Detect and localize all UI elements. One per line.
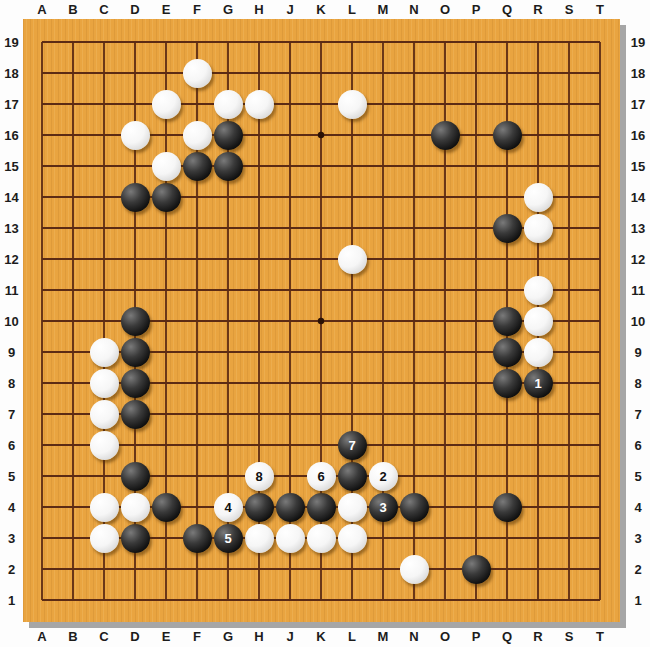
white-stone-L3 — [338, 524, 367, 553]
move-number: 3 — [379, 501, 386, 514]
row-label: 17 — [0, 89, 23, 120]
move-number: 2 — [379, 470, 386, 483]
row-label: 13 — [626, 213, 650, 244]
move-number: 8 — [255, 470, 262, 483]
black-stone-F15 — [183, 152, 212, 181]
black-stone-P2 — [462, 555, 491, 584]
black-stone-Q16 — [493, 121, 522, 150]
column-label: Q — [492, 626, 523, 647]
row-label: 10 — [0, 306, 23, 337]
column-label: F — [182, 0, 213, 19]
row-label: 18 — [0, 58, 23, 89]
black-stone-G3: 5 — [214, 524, 243, 553]
row-label: 7 — [0, 399, 23, 430]
white-stone-H3 — [245, 524, 274, 553]
column-label: O — [430, 0, 461, 19]
right-row-labels: 19181716151413121110987654321 — [626, 27, 650, 616]
row-label: 3 — [0, 523, 23, 554]
black-stone-Q9 — [493, 338, 522, 367]
black-stone-D3 — [121, 524, 150, 553]
black-stone-F3 — [183, 524, 212, 553]
black-stone-G16 — [214, 121, 243, 150]
column-label: R — [523, 0, 554, 19]
move-number: 7 — [348, 439, 355, 452]
column-label: H — [244, 0, 275, 19]
column-label: B — [58, 626, 89, 647]
row-label: 6 — [0, 430, 23, 461]
row-label: 4 — [0, 492, 23, 523]
row-label: 5 — [626, 461, 650, 492]
black-stone-E4 — [152, 493, 181, 522]
white-stone-C3 — [90, 524, 119, 553]
column-label: E — [151, 626, 182, 647]
row-label: 7 — [626, 399, 650, 430]
column-label: F — [182, 626, 213, 647]
column-label: P — [461, 0, 492, 19]
white-stone-M5: 2 — [369, 462, 398, 491]
column-label: G — [213, 626, 244, 647]
row-label: 3 — [626, 523, 650, 554]
row-label: 16 — [0, 120, 23, 151]
row-label: 8 — [0, 368, 23, 399]
white-stone-R14 — [524, 183, 553, 212]
row-label: 15 — [0, 151, 23, 182]
white-stone-K3 — [307, 524, 336, 553]
white-stone-F18 — [183, 59, 212, 88]
row-label: 8 — [626, 368, 650, 399]
column-label: T — [585, 626, 616, 647]
black-stone-O16 — [431, 121, 460, 150]
row-label: 10 — [626, 306, 650, 337]
left-row-labels: 19181716151413121110987654321 — [0, 27, 23, 616]
column-label: N — [399, 626, 430, 647]
column-label: N — [399, 0, 430, 19]
row-label: 12 — [0, 244, 23, 275]
white-stone-H5: 8 — [245, 462, 274, 491]
row-label: 2 — [626, 554, 650, 585]
column-label: S — [554, 626, 585, 647]
white-stone-K5: 6 — [307, 462, 336, 491]
column-label: E — [151, 0, 182, 19]
column-label: C — [89, 626, 120, 647]
row-label: 17 — [626, 89, 650, 120]
black-stone-M4: 3 — [369, 493, 398, 522]
column-label: P — [461, 626, 492, 647]
column-label: L — [337, 0, 368, 19]
black-stone-E14 — [152, 183, 181, 212]
black-stone-L5 — [338, 462, 367, 491]
white-stone-R11 — [524, 276, 553, 305]
bottom-column-labels: ABCDEFGHJKLMNOPQRST — [27, 626, 616, 647]
white-stone-L12 — [338, 245, 367, 274]
row-label: 14 — [0, 182, 23, 213]
row-label: 16 — [626, 120, 650, 151]
column-label: K — [306, 0, 337, 19]
column-label: J — [275, 626, 306, 647]
row-label: 1 — [0, 585, 23, 616]
column-label: K — [306, 626, 337, 647]
row-label: 9 — [0, 337, 23, 368]
white-stone-E15 — [152, 152, 181, 181]
column-label: D — [120, 0, 151, 19]
column-label: D — [120, 626, 151, 647]
white-stone-F16 — [183, 121, 212, 150]
black-stone-Q13 — [493, 214, 522, 243]
white-stone-N2 — [400, 555, 429, 584]
white-stone-L17 — [338, 90, 367, 119]
column-label: A — [27, 626, 58, 647]
row-label: 4 — [626, 492, 650, 523]
white-stone-D4 — [121, 493, 150, 522]
white-stone-C8 — [90, 369, 119, 398]
black-stone-L6: 7 — [338, 431, 367, 460]
white-stone-R13 — [524, 214, 553, 243]
black-stone-D9 — [121, 338, 150, 367]
white-stone-C9 — [90, 338, 119, 367]
black-stone-J4 — [276, 493, 305, 522]
go-diagram: ABCDEFGHJKLMNOPQRST ABCDEFGHJKLMNOPQRST … — [0, 0, 650, 647]
black-stone-D5 — [121, 462, 150, 491]
black-stone-Q10 — [493, 307, 522, 336]
white-stone-R9 — [524, 338, 553, 367]
move-number: 5 — [224, 532, 231, 545]
column-label: O — [430, 626, 461, 647]
column-label: H — [244, 626, 275, 647]
row-label: 11 — [0, 275, 23, 306]
black-stone-N4 — [400, 493, 429, 522]
move-number: 6 — [317, 470, 324, 483]
row-label: 12 — [626, 244, 650, 275]
black-stone-R8: 1 — [524, 369, 553, 398]
row-label: 13 — [0, 213, 23, 244]
black-stone-K4 — [307, 493, 336, 522]
white-stone-C7 — [90, 400, 119, 429]
white-stone-L4 — [338, 493, 367, 522]
row-label: 14 — [626, 182, 650, 213]
column-label: R — [523, 626, 554, 647]
column-label: A — [27, 0, 58, 19]
column-label: B — [58, 0, 89, 19]
white-stone-E17 — [152, 90, 181, 119]
white-stone-R10 — [524, 307, 553, 336]
white-stone-C6 — [90, 431, 119, 460]
white-stone-J3 — [276, 524, 305, 553]
row-label: 9 — [626, 337, 650, 368]
go-board[interactable]: 12345678 — [23, 19, 620, 622]
white-stone-C4 — [90, 493, 119, 522]
black-stone-D10 — [121, 307, 150, 336]
column-label: J — [275, 0, 306, 19]
column-label: M — [368, 0, 399, 19]
white-stone-G17 — [214, 90, 243, 119]
black-stone-G15 — [214, 152, 243, 181]
row-label: 19 — [626, 27, 650, 58]
board-grid[interactable]: 12345678 — [27, 27, 616, 616]
move-number: 4 — [224, 501, 231, 514]
white-stone-H17 — [245, 90, 274, 119]
row-label: 5 — [0, 461, 23, 492]
black-stone-D8 — [121, 369, 150, 398]
black-stone-Q4 — [493, 493, 522, 522]
top-column-labels: ABCDEFGHJKLMNOPQRST — [27, 0, 616, 19]
white-stone-G4: 4 — [214, 493, 243, 522]
row-label: 11 — [626, 275, 650, 306]
black-stone-Q8 — [493, 369, 522, 398]
row-label: 1 — [626, 585, 650, 616]
black-stone-H4 — [245, 493, 274, 522]
row-label: 15 — [626, 151, 650, 182]
column-label: L — [337, 626, 368, 647]
column-label: T — [585, 0, 616, 19]
row-label: 19 — [0, 27, 23, 58]
column-label: S — [554, 0, 585, 19]
row-label: 18 — [626, 58, 650, 89]
black-stone-D7 — [121, 400, 150, 429]
black-stone-D14 — [121, 183, 150, 212]
column-label: G — [213, 0, 244, 19]
white-stone-D16 — [121, 121, 150, 150]
column-label: M — [368, 626, 399, 647]
move-number: 1 — [534, 377, 541, 390]
column-label: Q — [492, 0, 523, 19]
row-label: 6 — [626, 430, 650, 461]
column-label: C — [89, 0, 120, 19]
row-label: 2 — [0, 554, 23, 585]
